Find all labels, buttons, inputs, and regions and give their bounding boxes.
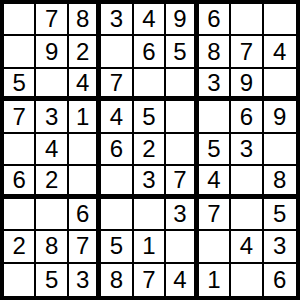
sudoku-cell-r5c4-given: 6 bbox=[101, 134, 133, 166]
sudoku-cell-r4c6-empty[interactable] bbox=[166, 101, 198, 133]
sudoku-cell-r5c8-given: 3 bbox=[231, 134, 263, 166]
sudoku-cell-r7c5-empty[interactable] bbox=[134, 199, 166, 231]
sudoku-cell-r4c8-given: 6 bbox=[231, 101, 263, 133]
sudoku-cell-r5c6-empty[interactable] bbox=[166, 134, 198, 166]
sudoku-cell-r5c2-given: 4 bbox=[36, 134, 68, 166]
sudoku-cell-r6c2-given: 2 bbox=[36, 166, 68, 198]
sudoku-cell-r2c8-given: 7 bbox=[231, 36, 263, 68]
sudoku-cell-r8c2-given: 8 bbox=[36, 231, 68, 263]
sudoku-cell-r6c1-given: 6 bbox=[4, 166, 36, 198]
sudoku-cell-r2c6-given: 5 bbox=[166, 36, 198, 68]
sudoku-cell-r2c2-given: 9 bbox=[36, 36, 68, 68]
sudoku-cell-r4c7-empty[interactable] bbox=[199, 101, 231, 133]
sudoku-cell-r8c5-given: 1 bbox=[134, 231, 166, 263]
sudoku-cell-r4c5-given: 5 bbox=[134, 101, 166, 133]
sudoku-cell-r9c2-given: 5 bbox=[36, 264, 68, 296]
sudoku-cell-r9c3-given: 3 bbox=[69, 264, 101, 296]
sudoku-cell-r9c4-given: 8 bbox=[101, 264, 133, 296]
sudoku-cell-r8c8-given: 4 bbox=[231, 231, 263, 263]
sudoku-cell-r7c8-empty[interactable] bbox=[231, 199, 263, 231]
sudoku-cell-r2c5-given: 6 bbox=[134, 36, 166, 68]
sudoku-cell-r9c1-empty[interactable] bbox=[4, 264, 36, 296]
sudoku-cell-r1c6-given: 9 bbox=[166, 4, 198, 36]
sudoku-cell-r7c6-given: 3 bbox=[166, 199, 198, 231]
sudoku-cell-r5c7-given: 5 bbox=[199, 134, 231, 166]
sudoku-cell-r9c6-given: 4 bbox=[166, 264, 198, 296]
sudoku-cell-r7c4-empty[interactable] bbox=[101, 199, 133, 231]
sudoku-cell-r2c3-given: 2 bbox=[69, 36, 101, 68]
sudoku-cell-r4c9-given: 9 bbox=[264, 101, 296, 133]
sudoku-cell-r6c3-empty[interactable] bbox=[69, 166, 101, 198]
sudoku-cell-r6c9-given: 8 bbox=[264, 166, 296, 198]
sudoku-cell-r3c6-empty[interactable] bbox=[166, 69, 198, 101]
sudoku-cell-r8c9-given: 3 bbox=[264, 231, 296, 263]
sudoku-cell-r4c3-given: 1 bbox=[69, 101, 101, 133]
sudoku-cell-r9c9-given: 6 bbox=[264, 264, 296, 296]
sudoku-cell-r2c1-empty[interactable] bbox=[4, 36, 36, 68]
sudoku-cell-r3c4-given: 7 bbox=[101, 69, 133, 101]
sudoku-cell-r7c2-empty[interactable] bbox=[36, 199, 68, 231]
sudoku-cell-r5c5-given: 2 bbox=[134, 134, 166, 166]
sudoku-cell-r8c4-given: 5 bbox=[101, 231, 133, 263]
sudoku-cell-r1c5-given: 4 bbox=[134, 4, 166, 36]
sudoku-cell-r3c8-given: 9 bbox=[231, 69, 263, 101]
sudoku-cell-r3c1-given: 5 bbox=[4, 69, 36, 101]
sudoku-cell-r1c2-given: 7 bbox=[36, 4, 68, 36]
sudoku-cell-r1c4-given: 3 bbox=[101, 4, 133, 36]
sudoku-cell-r8c3-given: 7 bbox=[69, 231, 101, 263]
sudoku-cell-r7c1-empty[interactable] bbox=[4, 199, 36, 231]
sudoku-cell-r2c4-empty[interactable] bbox=[101, 36, 133, 68]
sudoku-cell-r3c7-given: 3 bbox=[199, 69, 231, 101]
sudoku-cell-r8c6-empty[interactable] bbox=[166, 231, 198, 263]
sudoku-cell-r9c8-empty[interactable] bbox=[231, 264, 263, 296]
sudoku-cell-r6c8-empty[interactable] bbox=[231, 166, 263, 198]
sudoku-cell-r2c9-given: 4 bbox=[264, 36, 296, 68]
sudoku-cell-r4c1-given: 7 bbox=[4, 101, 36, 133]
sudoku-cell-r1c7-given: 6 bbox=[199, 4, 231, 36]
sudoku-cell-r4c4-given: 4 bbox=[101, 101, 133, 133]
sudoku-cell-r5c3-empty[interactable] bbox=[69, 134, 101, 166]
sudoku-cell-r4c2-given: 3 bbox=[36, 101, 68, 133]
sudoku-cell-r5c9-empty[interactable] bbox=[264, 134, 296, 166]
sudoku-cell-r8c7-empty[interactable] bbox=[199, 231, 231, 263]
sudoku-board: 7834969265874547397314569462536237486375… bbox=[0, 0, 300, 300]
sudoku-cell-r3c3-given: 4 bbox=[69, 69, 101, 101]
sudoku-cell-r7c7-given: 7 bbox=[199, 199, 231, 231]
sudoku-cell-r6c4-empty[interactable] bbox=[101, 166, 133, 198]
sudoku-cell-r3c2-empty[interactable] bbox=[36, 69, 68, 101]
sudoku-cell-r5c1-empty[interactable] bbox=[4, 134, 36, 166]
sudoku-cell-r7c9-given: 5 bbox=[264, 199, 296, 231]
sudoku-cell-r9c5-given: 7 bbox=[134, 264, 166, 296]
sudoku-cell-r6c5-given: 3 bbox=[134, 166, 166, 198]
sudoku-cell-r1c8-empty[interactable] bbox=[231, 4, 263, 36]
sudoku-cell-r6c6-given: 7 bbox=[166, 166, 198, 198]
sudoku-cell-r1c1-empty[interactable] bbox=[4, 4, 36, 36]
sudoku-cell-r2c7-given: 8 bbox=[199, 36, 231, 68]
sudoku-cell-r3c5-empty[interactable] bbox=[134, 69, 166, 101]
sudoku-cell-r3c9-empty[interactable] bbox=[264, 69, 296, 101]
sudoku-cell-r8c1-given: 2 bbox=[4, 231, 36, 263]
sudoku-cell-r9c7-given: 1 bbox=[199, 264, 231, 296]
sudoku-cell-r6c7-given: 4 bbox=[199, 166, 231, 198]
sudoku-cell-r7c3-given: 6 bbox=[69, 199, 101, 231]
sudoku-cell-r1c3-given: 8 bbox=[69, 4, 101, 36]
sudoku-cell-r1c9-empty[interactable] bbox=[264, 4, 296, 36]
